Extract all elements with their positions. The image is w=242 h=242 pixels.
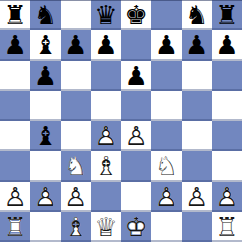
black-king[interactable]: ♚: [121, 0, 151, 30]
black-knight[interactable]: ♞: [30, 0, 60, 30]
square-h4[interactable]: [212, 121, 242, 151]
black-pawn-glyph: ♟: [61, 30, 91, 60]
black-queen[interactable]: ♛: [91, 0, 121, 30]
black-pawn-glyph: ♟: [182, 30, 212, 60]
square-e6[interactable]: ♟: [121, 61, 151, 91]
white-queen-outline-glyph: ♕: [91, 212, 121, 242]
square-b7[interactable]: ♝: [30, 30, 60, 60]
white-pawn[interactable]: ♟♙: [182, 182, 212, 212]
square-d2[interactable]: [91, 182, 121, 212]
black-bishop-glyph: ♝: [30, 121, 60, 151]
black-pawn[interactable]: ♟: [182, 30, 212, 60]
square-g5[interactable]: [182, 91, 212, 121]
white-pawn-outline-glyph: ♙: [30, 182, 60, 212]
square-a3[interactable]: [0, 151, 30, 181]
square-d1[interactable]: ♛♕: [91, 212, 121, 242]
square-a6[interactable]: [0, 61, 30, 91]
chess-board: ♜♞♛♚♞♜♟♝♟♟♟♟♟♟♟♝♟♙♟♙♞♘♝♗♞♘♟♙♟♙♟♙♟♙♟♙♟♙♜♖…: [0, 0, 242, 242]
white-pawn-outline-glyph: ♙: [182, 182, 212, 212]
black-pawn-glyph: ♟: [151, 30, 181, 60]
black-pawn-glyph: ♟: [91, 30, 121, 60]
square-g1[interactable]: [182, 212, 212, 242]
square-h6[interactable]: [212, 61, 242, 91]
square-g4[interactable]: [182, 121, 212, 151]
square-d5[interactable]: [91, 91, 121, 121]
black-rook[interactable]: ♜: [212, 0, 242, 30]
square-c4[interactable]: [61, 121, 91, 151]
white-rook[interactable]: ♜♖: [0, 212, 30, 242]
white-pawn-outline-glyph: ♙: [151, 182, 181, 212]
black-pawn[interactable]: ♟: [0, 30, 30, 60]
black-pawn[interactable]: ♟: [151, 30, 181, 60]
black-pawn-glyph: ♟: [0, 30, 30, 60]
black-rook-glyph: ♜: [0, 0, 30, 30]
square-c5[interactable]: [61, 91, 91, 121]
square-b2[interactable]: ♟♙: [30, 182, 60, 212]
square-d7[interactable]: ♟: [91, 30, 121, 60]
white-king-outline-glyph: ♔: [121, 212, 151, 242]
square-f5[interactable]: [151, 91, 181, 121]
white-pawn[interactable]: ♟♙: [30, 182, 60, 212]
square-a4[interactable]: [0, 121, 30, 151]
square-f8[interactable]: [151, 0, 181, 30]
black-knight[interactable]: ♞: [182, 0, 212, 30]
square-a8[interactable]: ♜: [0, 0, 30, 30]
white-knight-outline-glyph: ♘: [151, 151, 181, 181]
white-bishop-outline-glyph: ♗: [91, 151, 121, 181]
white-bishop[interactable]: ♝♗: [91, 151, 121, 181]
square-e4[interactable]: ♟♙: [121, 121, 151, 151]
white-rook[interactable]: ♜♖: [212, 212, 242, 242]
square-h7[interactable]: ♟: [212, 30, 242, 60]
square-d6[interactable]: [91, 61, 121, 91]
square-h8[interactable]: ♜: [212, 0, 242, 30]
white-bishop-outline-glyph: ♗: [61, 212, 91, 242]
black-knight-glyph: ♞: [30, 0, 60, 30]
square-f6[interactable]: [151, 61, 181, 91]
square-h3[interactable]: [212, 151, 242, 181]
white-knight[interactable]: ♞♘: [61, 151, 91, 181]
chess-board-wrapper: ♜♞♛♚♞♜♟♝♟♟♟♟♟♟♟♝♟♙♟♙♞♘♝♗♞♘♟♙♟♙♟♙♟♙♟♙♟♙♜♖…: [0, 0, 242, 242]
square-h5[interactable]: [212, 91, 242, 121]
white-pawn-outline-glyph: ♙: [61, 182, 91, 212]
black-pawn[interactable]: ♟: [91, 30, 121, 60]
white-pawn[interactable]: ♟♙: [212, 182, 242, 212]
square-h2[interactable]: ♟♙: [212, 182, 242, 212]
square-f1[interactable]: [151, 212, 181, 242]
square-f7[interactable]: ♟: [151, 30, 181, 60]
white-king[interactable]: ♚♔: [121, 212, 151, 242]
square-f2[interactable]: ♟♙: [151, 182, 181, 212]
white-pawn-outline-glyph: ♙: [91, 121, 121, 151]
square-h1[interactable]: ♜♖: [212, 212, 242, 242]
square-g7[interactable]: ♟: [182, 30, 212, 60]
black-pawn[interactable]: ♟: [212, 30, 242, 60]
black-bishop-glyph: ♝: [30, 30, 60, 60]
square-c1[interactable]: ♝♗: [61, 212, 91, 242]
square-c7[interactable]: ♟: [61, 30, 91, 60]
black-pawn[interactable]: ♟: [61, 30, 91, 60]
square-d8[interactable]: ♛: [91, 0, 121, 30]
white-pawn[interactable]: ♟♙: [91, 121, 121, 151]
square-d3[interactable]: ♝♗: [91, 151, 121, 181]
white-pawn[interactable]: ♟♙: [151, 182, 181, 212]
black-rook-glyph: ♜: [212, 0, 242, 30]
black-queen-glyph: ♛: [91, 0, 121, 30]
square-e7[interactable]: [121, 30, 151, 60]
square-b6[interactable]: ♟: [30, 61, 60, 91]
white-knight[interactable]: ♞♘: [151, 151, 181, 181]
square-e2[interactable]: [121, 182, 151, 212]
black-pawn-glyph: ♟: [30, 61, 60, 91]
square-e5[interactable]: [121, 91, 151, 121]
black-bishop[interactable]: ♝: [30, 121, 60, 151]
white-pawn-outline-glyph: ♙: [0, 182, 30, 212]
square-a2[interactable]: ♟♙: [0, 182, 30, 212]
white-pawn[interactable]: ♟♙: [61, 182, 91, 212]
square-a7[interactable]: ♟: [0, 30, 30, 60]
square-g6[interactable]: [182, 61, 212, 91]
square-b4[interactable]: ♝: [30, 121, 60, 151]
black-pawn[interactable]: ♟: [121, 61, 151, 91]
square-g2[interactable]: ♟♙: [182, 182, 212, 212]
square-g8[interactable]: ♞: [182, 0, 212, 30]
square-f3[interactable]: ♞♘: [151, 151, 181, 181]
square-g3[interactable]: [182, 151, 212, 181]
black-rook[interactable]: ♜: [0, 0, 30, 30]
white-pawn-outline-glyph: ♙: [212, 182, 242, 212]
square-a1[interactable]: ♜♖: [0, 212, 30, 242]
white-bishop[interactable]: ♝♗: [61, 212, 91, 242]
black-pawn-glyph: ♟: [212, 30, 242, 60]
square-c6[interactable]: [61, 61, 91, 91]
square-e8[interactable]: ♚: [121, 0, 151, 30]
square-b3[interactable]: [30, 151, 60, 181]
white-rook-outline-glyph: ♖: [0, 212, 30, 242]
black-king-glyph: ♚: [121, 0, 151, 30]
square-b8[interactable]: ♞: [30, 0, 60, 30]
white-pawn[interactable]: ♟♙: [121, 121, 151, 151]
square-c8[interactable]: [61, 0, 91, 30]
white-knight-outline-glyph: ♘: [61, 151, 91, 181]
white-pawn[interactable]: ♟♙: [0, 182, 30, 212]
black-knight-glyph: ♞: [182, 0, 212, 30]
square-a5[interactable]: [0, 91, 30, 121]
black-pawn-glyph: ♟: [121, 61, 151, 91]
square-c3[interactable]: ♞♘: [61, 151, 91, 181]
white-rook-outline-glyph: ♖: [212, 212, 242, 242]
square-c2[interactable]: ♟♙: [61, 182, 91, 212]
white-queen[interactable]: ♛♕: [91, 212, 121, 242]
black-pawn[interactable]: ♟: [30, 61, 60, 91]
square-b5[interactable]: [30, 91, 60, 121]
white-pawn-outline-glyph: ♙: [121, 121, 151, 151]
square-e1[interactable]: ♚♔: [121, 212, 151, 242]
square-f4[interactable]: [151, 121, 181, 151]
square-b1[interactable]: [30, 212, 60, 242]
square-e3[interactable]: [121, 151, 151, 181]
square-d4[interactable]: ♟♙: [91, 121, 121, 151]
black-bishop[interactable]: ♝: [30, 30, 60, 60]
